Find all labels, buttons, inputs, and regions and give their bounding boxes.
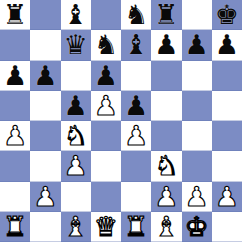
piece-black-queen[interactable]: ♛ [64,30,88,60]
square-h8[interactable]: ♚ [212,0,242,30]
square-b1[interactable] [30,212,60,242]
square-d8[interactable] [91,0,121,30]
square-c7[interactable]: ♛ [61,30,91,60]
piece-white-rook[interactable]: ♜ [3,212,27,242]
square-h4[interactable] [212,121,242,151]
square-b4[interactable] [30,121,60,151]
piece-white-queen[interactable]: ♛ [94,212,118,242]
square-a8[interactable]: ♜ [0,0,30,30]
square-c1[interactable]: ♝ [61,212,91,242]
piece-black-rook[interactable]: ♜ [154,0,178,30]
square-d2[interactable] [91,182,121,212]
square-e8[interactable]: ♞ [121,0,151,30]
square-d4[interactable] [91,121,121,151]
piece-black-bishop[interactable]: ♝ [64,0,88,30]
piece-white-knight[interactable]: ♞ [64,121,88,151]
square-d7[interactable]: ♞ [91,30,121,60]
square-f5[interactable] [151,91,181,121]
piece-white-pawn[interactable]: ♟ [124,121,148,151]
piece-white-king[interactable]: ♚ [185,212,209,242]
square-f4[interactable] [151,121,181,151]
piece-white-bishop[interactable]: ♝ [154,212,178,242]
square-b3[interactable] [30,151,60,181]
piece-white-knight[interactable]: ♞ [154,151,178,181]
square-a5[interactable] [0,91,30,121]
piece-black-pawn[interactable]: ♟ [94,61,118,91]
piece-white-rook[interactable]: ♜ [124,212,148,242]
square-g2[interactable]: ♟ [182,182,212,212]
piece-white-pawn[interactable]: ♟ [185,182,209,212]
square-e6[interactable] [121,61,151,91]
square-f7[interactable]: ♟ [151,30,181,60]
piece-black-pawn[interactable]: ♟ [185,30,209,60]
square-f2[interactable]: ♟ [151,182,181,212]
chess-board: ♜♝♞♜♚♛♞♝♟♟♟♟♟♟♟♟♟♟♞♟♟♞♟♟♟♟♜♝♛♜♝♚ [0,0,242,242]
square-a4[interactable]: ♟ [0,121,30,151]
square-h2[interactable]: ♟ [212,182,242,212]
square-c5[interactable]: ♟ [61,91,91,121]
square-h1[interactable] [212,212,242,242]
square-c6[interactable] [61,61,91,91]
piece-black-knight[interactable]: ♞ [124,0,148,30]
piece-black-knight[interactable]: ♞ [94,30,118,60]
piece-black-pawn[interactable]: ♟ [154,30,178,60]
square-g3[interactable] [182,151,212,181]
square-f8[interactable]: ♜ [151,0,181,30]
square-a1[interactable]: ♜ [0,212,30,242]
piece-white-pawn[interactable]: ♟ [64,151,88,181]
square-b7[interactable] [30,30,60,60]
square-g4[interactable] [182,121,212,151]
piece-black-pawn[interactable]: ♟ [64,91,88,121]
square-h5[interactable] [212,91,242,121]
square-b6[interactable]: ♟ [30,61,60,91]
square-g1[interactable]: ♚ [182,212,212,242]
square-e7[interactable]: ♝ [121,30,151,60]
square-b8[interactable] [30,0,60,30]
square-e5[interactable]: ♟ [121,91,151,121]
square-d3[interactable] [91,151,121,181]
square-f1[interactable]: ♝ [151,212,181,242]
piece-black-rook[interactable]: ♜ [3,0,27,30]
piece-black-pawn[interactable]: ♟ [124,91,148,121]
piece-white-pawn[interactable]: ♟ [94,91,118,121]
square-c2[interactable] [61,182,91,212]
square-b2[interactable]: ♟ [30,182,60,212]
square-a6[interactable]: ♟ [0,61,30,91]
square-a3[interactable] [0,151,30,181]
square-c8[interactable]: ♝ [61,0,91,30]
square-d5[interactable]: ♟ [91,91,121,121]
square-d6[interactable]: ♟ [91,61,121,91]
square-a7[interactable] [0,30,30,60]
square-g6[interactable] [182,61,212,91]
piece-black-bishop[interactable]: ♝ [124,30,148,60]
square-h3[interactable] [212,151,242,181]
square-g7[interactable]: ♟ [182,30,212,60]
square-e1[interactable]: ♜ [121,212,151,242]
square-h6[interactable] [212,61,242,91]
piece-black-king[interactable]: ♚ [215,0,239,30]
piece-black-pawn[interactable]: ♟ [33,61,57,91]
piece-white-pawn[interactable]: ♟ [154,182,178,212]
square-a2[interactable] [0,182,30,212]
square-f3[interactable]: ♞ [151,151,181,181]
square-c4[interactable]: ♞ [61,121,91,151]
square-f6[interactable] [151,61,181,91]
square-e2[interactable] [121,182,151,212]
square-g8[interactable] [182,0,212,30]
square-e3[interactable] [121,151,151,181]
piece-white-pawn[interactable]: ♟ [3,121,27,151]
piece-white-bishop[interactable]: ♝ [64,212,88,242]
square-c3[interactable]: ♟ [61,151,91,181]
square-d1[interactable]: ♛ [91,212,121,242]
piece-white-pawn[interactable]: ♟ [215,182,239,212]
square-e4[interactable]: ♟ [121,121,151,151]
piece-white-pawn[interactable]: ♟ [33,182,57,212]
square-g5[interactable] [182,91,212,121]
piece-black-pawn[interactable]: ♟ [215,30,239,60]
square-b5[interactable] [30,91,60,121]
piece-black-pawn[interactable]: ♟ [3,61,27,91]
square-h7[interactable]: ♟ [212,30,242,60]
